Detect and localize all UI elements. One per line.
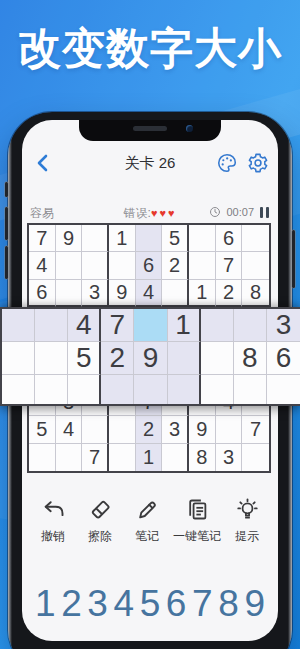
front-camera (186, 125, 193, 132)
back-chevron-icon[interactable] (32, 151, 56, 175)
volume-down-button (5, 246, 8, 279)
hint-button[interactable]: 提示 (226, 496, 268, 550)
numpad-8[interactable]: 8 (218, 585, 239, 622)
numpad-2[interactable]: 2 (61, 585, 82, 622)
cell-r2c5[interactable]: 6 (136, 252, 163, 279)
erase-button[interactable]: 擦除 (79, 496, 121, 550)
cell-r8c2[interactable]: 4 (56, 416, 83, 443)
bulb-icon (234, 496, 261, 523)
cell-r2c6[interactable]: 2 (162, 252, 189, 279)
cell-r2c7[interactable] (189, 252, 216, 279)
cell-r1c5[interactable] (136, 225, 163, 252)
magnified-cell-r4c4[interactable]: 7 (101, 309, 134, 342)
magnified-cell-r4c1[interactable] (2, 309, 35, 342)
auto-notes-label: 一键笔记 (173, 528, 221, 545)
cell-r9c1[interactable] (29, 444, 56, 471)
cell-r3c7[interactable]: 1 (189, 280, 216, 307)
cell-r9c2[interactable] (56, 444, 83, 471)
cell-r8c4[interactable] (109, 416, 136, 443)
cell-r9c5[interactable]: 1 (136, 444, 163, 471)
magnified-rows-overlay: 471352986 (0, 307, 300, 406)
cell-r1c4[interactable]: 1 (109, 225, 136, 252)
magnified-cell-r5c3[interactable]: 5 (68, 342, 101, 375)
undo-label: 撤销 (41, 528, 65, 545)
notch (79, 120, 221, 141)
banner-title: 改变数字大小 (0, 20, 300, 78)
status-row: 容易 错误:♥♥♥ 00:07 (30, 204, 270, 220)
settings-gear-icon[interactable] (247, 152, 269, 174)
cell-r1c2[interactable]: 9 (56, 225, 83, 252)
copy-notes-icon (184, 496, 211, 523)
numpad-6[interactable]: 6 (166, 585, 187, 622)
cell-r8c5[interactable]: 2 (136, 416, 163, 443)
cell-r1c3[interactable] (82, 225, 109, 252)
numpad-1[interactable]: 1 (35, 585, 56, 622)
magnified-cell-r6c1[interactable] (2, 375, 35, 404)
notes-label: 笔记 (135, 528, 159, 545)
magnified-cell-r4c6[interactable]: 1 (168, 309, 201, 342)
magnified-cell-r5c9[interactable]: 6 (267, 342, 300, 375)
magnified-cell-r4c5[interactable] (134, 309, 167, 342)
notes-button[interactable]: 笔记 (126, 496, 168, 550)
cell-r1c6[interactable]: 5 (162, 225, 189, 252)
magnified-cell-r6c9[interactable] (267, 375, 300, 404)
cell-r3c6[interactable] (162, 280, 189, 307)
number-pad: 123456789 (35, 576, 265, 630)
magnified-cell-r6c5[interactable] (134, 375, 167, 404)
power-button (292, 230, 295, 288)
cell-r9c6[interactable] (162, 444, 189, 471)
theme-palette-icon[interactable] (216, 152, 238, 174)
erase-label: 擦除 (88, 528, 112, 545)
mute-switch (5, 182, 8, 197)
magnified-cell-r4c3[interactable]: 4 (68, 309, 101, 342)
magnified-cell-r6c7[interactable] (201, 375, 234, 404)
cell-r8c6[interactable]: 3 (162, 416, 189, 443)
magnified-cell-r5c6[interactable] (168, 342, 201, 375)
toolbar: 撤销 擦除 笔记 一键笔记 提示 (32, 496, 268, 550)
numpad-9[interactable]: 9 (244, 585, 265, 622)
cell-r2c3[interactable] (82, 252, 109, 279)
speaker-slot (133, 126, 167, 131)
cell-r1c7[interactable] (189, 225, 216, 252)
cell-r8c7[interactable]: 9 (189, 416, 216, 443)
cell-r3c3[interactable]: 3 (82, 280, 109, 307)
magnified-cell-r6c6[interactable] (168, 375, 201, 404)
numpad-5[interactable]: 5 (140, 585, 161, 622)
magnified-cell-r4c9[interactable]: 3 (267, 309, 300, 342)
magnified-cell-r5c4[interactable]: 2 (101, 342, 134, 375)
magnified-cell-r5c1[interactable] (2, 342, 35, 375)
pause-button[interactable] (259, 206, 270, 219)
cell-r3c2[interactable] (56, 280, 83, 307)
magnified-cell-r4c7[interactable] (201, 309, 234, 342)
magnified-cell-r4c8[interactable] (234, 309, 267, 342)
numpad-7[interactable]: 7 (192, 585, 213, 622)
undo-icon (40, 496, 67, 523)
magnified-cell-r5c8[interactable]: 8 (234, 342, 267, 375)
cell-r9c8[interactable]: 3 (216, 444, 243, 471)
cell-r1c8[interactable]: 6 (216, 225, 243, 252)
magnified-cell-r6c2[interactable] (35, 375, 68, 404)
cell-r2c2[interactable] (56, 252, 83, 279)
cell-r3c1[interactable]: 6 (29, 280, 56, 307)
timer-value: 00:07 (226, 206, 254, 218)
auto-notes-button[interactable]: 一键笔记 (173, 496, 221, 550)
eraser-icon (87, 496, 114, 523)
cell-r8c9[interactable]: 7 (242, 416, 269, 443)
cell-r2c8[interactable]: 7 (216, 252, 243, 279)
mistakes-label: 错误: (124, 206, 151, 220)
clock-icon (209, 206, 221, 218)
cell-r9c9[interactable] (242, 444, 269, 471)
header-bar: 关卡 26 (22, 148, 278, 178)
cell-r8c3[interactable] (82, 416, 109, 443)
numpad-4[interactable]: 4 (114, 585, 135, 622)
cell-r1c1[interactable]: 7 (29, 225, 56, 252)
magnified-cell-r5c2[interactable] (35, 342, 68, 375)
cell-r2c9[interactable] (242, 252, 269, 279)
cell-r3c4[interactable]: 9 (109, 280, 136, 307)
pen-icon (134, 496, 161, 523)
cell-r9c7[interactable]: 8 (189, 444, 216, 471)
app-store-screenshot: 改变数字大小 关卡 26 (0, 0, 300, 649)
hearts-lives: ♥♥♥ (151, 207, 177, 219)
magnified-cell-r6c4[interactable] (101, 375, 134, 404)
volume-up-button (5, 207, 8, 240)
cell-r3c9[interactable]: 8 (242, 280, 269, 307)
cell-r3c5[interactable]: 4 (136, 280, 163, 307)
cell-r1c9[interactable] (242, 225, 269, 252)
cell-r9c3[interactable]: 7 (82, 444, 109, 471)
cell-r2c4[interactable] (109, 252, 136, 279)
magnified-cell-r5c7[interactable] (201, 342, 234, 375)
undo-button[interactable]: 撤销 (32, 496, 74, 550)
cell-r2c1[interactable]: 4 (29, 252, 56, 279)
cell-r3c8[interactable]: 2 (216, 280, 243, 307)
hint-label: 提示 (235, 528, 259, 545)
magnified-cell-r6c3[interactable] (68, 375, 101, 404)
cell-r8c8[interactable] (216, 416, 243, 443)
magnified-cell-r4c2[interactable] (35, 309, 68, 342)
magnified-cell-r6c8[interactable] (234, 375, 267, 404)
cell-r9c4[interactable] (109, 444, 136, 471)
magnified-cell-r5c5[interactable]: 9 (134, 342, 167, 375)
cell-r8c1[interactable]: 5 (29, 416, 56, 443)
numpad-3[interactable]: 3 (87, 585, 108, 622)
